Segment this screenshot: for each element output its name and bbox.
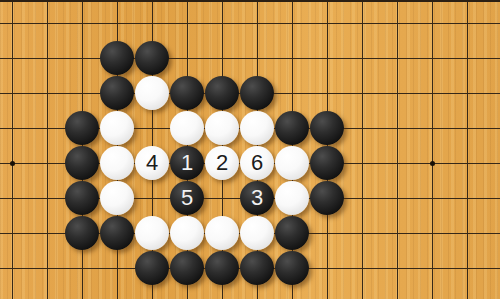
star-point	[10, 161, 15, 166]
stone-white	[100, 181, 134, 215]
grid-line-vertical	[362, 0, 363, 299]
stone-black	[100, 216, 134, 250]
stone-black	[170, 251, 204, 285]
stone-black	[135, 41, 169, 75]
move-number: 3	[251, 187, 263, 209]
grid-line-horizontal	[0, 58, 500, 59]
stone-black	[100, 76, 134, 110]
stone-white-move-4: 4	[135, 146, 169, 180]
stone-black	[205, 251, 239, 285]
stone-black	[205, 76, 239, 110]
grid-line-vertical	[397, 0, 398, 299]
move-number: 4	[146, 152, 158, 174]
stone-black	[65, 181, 99, 215]
stone-black	[310, 181, 344, 215]
stone-white-move-2: 2	[205, 146, 239, 180]
stone-white	[275, 146, 309, 180]
stone-white	[100, 146, 134, 180]
move-number: 6	[251, 152, 263, 174]
stone-white	[170, 111, 204, 145]
stone-black	[65, 146, 99, 180]
stone-black	[65, 111, 99, 145]
stone-white	[135, 76, 169, 110]
stone-black	[275, 216, 309, 250]
stone-black	[275, 111, 309, 145]
stone-black	[65, 216, 99, 250]
grid-line-vertical	[12, 0, 13, 299]
stone-black-move-3: 3	[240, 181, 274, 215]
stone-white	[240, 216, 274, 250]
stone-white	[275, 181, 309, 215]
stone-black	[310, 111, 344, 145]
stone-black	[100, 41, 134, 75]
stone-white	[205, 216, 239, 250]
go-board[interactable]: 412653	[0, 0, 500, 299]
grid-line-vertical	[467, 0, 468, 299]
stone-black	[170, 76, 204, 110]
stone-black	[310, 146, 344, 180]
move-number: 5	[181, 187, 193, 209]
stone-black-move-1: 1	[170, 146, 204, 180]
stone-white	[100, 111, 134, 145]
grid-line-vertical	[47, 0, 48, 299]
stone-black	[275, 251, 309, 285]
stone-black	[240, 251, 274, 285]
stone-black-move-5: 5	[170, 181, 204, 215]
stone-white	[170, 216, 204, 250]
stone-white-move-6: 6	[240, 146, 274, 180]
board-top-edge-line	[0, 0, 500, 2]
stone-white	[135, 216, 169, 250]
grid-line-vertical	[432, 0, 433, 299]
stone-white	[205, 111, 239, 145]
stone-black	[240, 76, 274, 110]
stone-black	[135, 251, 169, 285]
stone-white	[240, 111, 274, 145]
star-point	[430, 161, 435, 166]
move-number: 2	[216, 152, 228, 174]
move-number: 1	[181, 152, 193, 174]
screenshot: 412653	[0, 0, 500, 299]
grid-line-horizontal	[0, 23, 500, 24]
